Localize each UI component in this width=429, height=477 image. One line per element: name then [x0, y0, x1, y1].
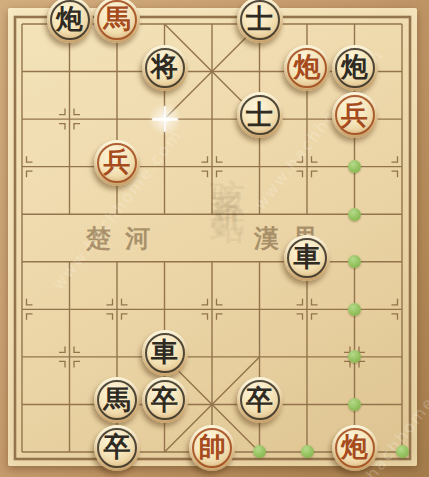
piece-black-soldier[interactable]: 卒: [142, 377, 188, 423]
move-hint-dot[interactable]: [301, 445, 314, 458]
piece-red-general[interactable]: 帥: [189, 425, 235, 471]
piece-glyph: 炮: [341, 433, 368, 460]
piece-glyph: 士: [246, 5, 273, 32]
move-hint-dot[interactable]: [348, 160, 361, 173]
piece-glyph: 炮: [294, 53, 321, 80]
piece-glyph: 兵: [341, 101, 368, 128]
piece-glyph: 卒: [246, 386, 273, 413]
piece-red-cannon[interactable]: 炮: [284, 45, 330, 91]
piece-black-advisor[interactable]: 士: [237, 92, 283, 138]
piece-black-chariot[interactable]: 車: [284, 235, 330, 281]
piece-black-cannon[interactable]: 炮: [332, 45, 378, 91]
river-label-left: 楚河: [86, 222, 164, 255]
piece-glyph: 車: [294, 243, 321, 270]
piece-glyph: 帥: [199, 433, 226, 460]
piece-glyph: 卒: [104, 433, 131, 460]
piece-red-soldier[interactable]: 兵: [332, 92, 378, 138]
move-hint-dot[interactable]: [348, 398, 361, 411]
piece-glyph: 炮: [56, 5, 83, 32]
piece-black-chariot[interactable]: 車: [142, 330, 188, 376]
piece-black-soldier[interactable]: 卒: [237, 377, 283, 423]
piece-glyph: 馬: [104, 386, 131, 413]
piece-glyph: 将: [151, 53, 178, 80]
piece-black-general[interactable]: 将: [142, 45, 188, 91]
piece-red-soldier[interactable]: 兵: [94, 140, 140, 186]
piece-glyph: 馬: [104, 5, 131, 32]
xiangqi-board[interactable]: 楚河 漢界 www.hachhome.com www.hachhome.com …: [0, 0, 429, 477]
piece-red-cannon[interactable]: 炮: [332, 425, 378, 471]
piece-glyph: 卒: [151, 386, 178, 413]
move-hint-dot[interactable]: [348, 208, 361, 221]
piece-glyph: 士: [246, 101, 273, 128]
piece-glyph: 炮: [341, 53, 368, 80]
move-hint-dot[interactable]: [348, 303, 361, 316]
piece-black-horse[interactable]: 馬: [94, 377, 140, 423]
piece-glyph: 兵: [104, 148, 131, 175]
piece-black-soldier[interactable]: 卒: [94, 425, 140, 471]
move-hint-dot[interactable]: [396, 445, 409, 458]
piece-glyph: 車: [151, 338, 178, 365]
